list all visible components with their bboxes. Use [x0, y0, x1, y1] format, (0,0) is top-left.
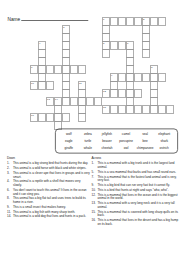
name-label: Name	[8, 17, 21, 22]
grid-cell-11-3[interactable]	[54, 106, 62, 114]
worksheet: Name 12345678910111213141516 wolfzebraje…	[0, 0, 180, 255]
grid-cell-9-13[interactable]	[134, 90, 142, 98]
grid-cell-4-9[interactable]	[102, 50, 110, 58]
grid-cell-7-13[interactable]	[134, 74, 142, 82]
grid-cell-0-12[interactable]	[126, 18, 134, 26]
grid-cell-9-10[interactable]	[110, 90, 118, 98]
grid-cell-5-4[interactable]	[62, 58, 70, 66]
grid-cell-6-0[interactable]: 7	[30, 66, 38, 74]
grid-cell-0-11[interactable]	[118, 18, 126, 26]
clue-number-6: 6	[127, 42, 128, 45]
clue-text: This is a mammal with a very long neck a…	[98, 201, 179, 209]
grid-cell-4-12[interactable]	[126, 50, 134, 58]
clue-text: This is a mammal that is the fastest lan…	[98, 175, 179, 183]
down-clue-8: 8.This animal has a big flat tail and us…	[7, 197, 90, 205]
bank-word-giraffe: giraffe	[59, 146, 78, 150]
grid-cell-7-1[interactable]	[38, 74, 46, 82]
grid-cell-7-14[interactable]	[142, 74, 150, 82]
grid-cell-6-1[interactable]	[38, 66, 46, 74]
grid-cell-1-9[interactable]	[102, 26, 110, 34]
grid-cell-6-6[interactable]	[78, 66, 86, 74]
grid-cell-10-5[interactable]	[70, 98, 78, 106]
grid-cell-9-12[interactable]	[126, 90, 134, 98]
clue-text: This is a bird that hunts at night and s…	[98, 188, 179, 192]
grid-cell-0-15[interactable]	[150, 18, 158, 26]
across-clue-12: 12.This is a mammal that lives in the oc…	[92, 193, 179, 201]
grid-cell-4-1[interactable]	[38, 50, 46, 58]
down-clue-1: 1.This animal is a big strong bird that …	[7, 162, 90, 166]
grid-cell-11-14[interactable]	[142, 106, 150, 114]
grid-cell-3-12[interactable]: 6	[126, 42, 134, 50]
clue-number-1: 1	[103, 18, 104, 21]
across-clue-13: 13.This is a mammal with a very long nec…	[92, 201, 179, 209]
grid-cell-3-14[interactable]	[142, 42, 150, 50]
grid-cell-8-1[interactable]	[38, 82, 46, 90]
across-clue-7: 7.This is a mammal that is the fastest l…	[92, 175, 179, 183]
grid-cell-8-10[interactable]	[110, 82, 118, 90]
grid-cell-9-6[interactable]	[78, 90, 86, 98]
grid-cell-8-12[interactable]	[126, 82, 134, 90]
grid-cell-10-3[interactable]: 14	[54, 98, 62, 106]
down-clue-6: 6.You don't want to touch this animal! I…	[7, 188, 90, 196]
clue-number-9: 9	[111, 74, 112, 77]
down-clues-section: Down 1.This animal is a big strong bird …	[7, 157, 90, 220]
grid-cell-2-9[interactable]	[102, 34, 110, 42]
grid-cell-12-0[interactable]: 16	[30, 114, 38, 122]
grid-cell-5-12[interactable]	[126, 58, 134, 66]
grid-cell-10-8[interactable]	[94, 98, 102, 106]
bank-word-eagle: eagle	[59, 139, 78, 143]
clue-text: This is a mammal that lives in the deser…	[98, 218, 179, 226]
grid-cell-11-13[interactable]	[134, 106, 142, 114]
clue-text: This animal has a big flat tail and uses…	[13, 197, 90, 205]
bank-word-shark: shark	[155, 139, 174, 143]
bank-word-wolf: wolf	[59, 133, 78, 137]
across-title: Across	[92, 157, 179, 161]
clue-text: This is a mammal that is covered with lo…	[98, 210, 179, 218]
grid-cell-1-4[interactable]: 3	[62, 26, 70, 34]
grid-cell-1-14[interactable]	[142, 26, 150, 34]
grid-cell-0-16[interactable]	[158, 18, 166, 26]
grid-cell-4-4[interactable]	[62, 50, 70, 58]
grid-cell-3-1[interactable]: 4	[38, 42, 46, 50]
clue-text: This animal is a wild dog that lives and…	[13, 215, 90, 219]
clue-text: This is a sea mammal that barks and has …	[98, 170, 179, 174]
bank-word-porcupine: porcupine	[117, 139, 136, 143]
grid-cell-8-0[interactable]: 10	[30, 82, 38, 90]
clue-number-13: 13	[47, 98, 50, 101]
grid-cell-9-4[interactable]	[62, 90, 70, 98]
grid-cell-10-15[interactable]	[150, 98, 158, 106]
grid-cell-6-2[interactable]	[46, 66, 54, 74]
grid-cell-7-16[interactable]	[158, 74, 166, 82]
crossword-grid: 12345678910111213141516	[30, 18, 174, 130]
across-clue-16: 16.This is a mammal that lives in the de…	[92, 218, 179, 226]
clue-text: This animal is a big fish with many shar…	[13, 210, 90, 214]
down-clue-4: 4.This animal is a reptile with a shell …	[7, 180, 90, 188]
grid-cell-8-6[interactable]: 11	[78, 82, 86, 90]
bank-word-ostrich: ostrich	[155, 146, 174, 150]
clue-number-12: 12	[103, 90, 106, 93]
grid-cell-3-11[interactable]	[118, 42, 126, 50]
bank-word-jellyfish: jellyfish	[97, 133, 116, 137]
bank-word-chimpanzee: chimpanzee	[136, 146, 155, 150]
grid-cell-3-4[interactable]	[62, 42, 70, 50]
clue-text: This animal is a clever ape that lives i…	[13, 171, 90, 179]
down-clue-11: 11.This animal is a big fish with many s…	[7, 210, 90, 214]
grid-cell-0-9[interactable]: 1	[102, 18, 110, 26]
grid-cell-9-9[interactable]: 12	[102, 90, 110, 98]
grid-cell-10-4[interactable]	[62, 98, 70, 106]
down-clue-list: 1.This animal is a big strong bird that …	[7, 162, 90, 219]
clue-number-15: 15	[103, 106, 106, 109]
grid-cell-10-12[interactable]	[126, 98, 134, 106]
bank-word-bee: bee	[136, 139, 155, 143]
bank-word-owl: owl	[117, 146, 136, 150]
down-clue-3: 3.This animal is a clever ape that lives…	[7, 171, 90, 179]
down-clue-2: 2.This animal is a wild horse with black…	[7, 166, 90, 170]
grid-cell-11-16[interactable]	[158, 106, 166, 114]
clue-number-3: 3	[63, 26, 64, 29]
clue-text: This animal is a wild horse with black a…	[13, 166, 90, 170]
across-clues-section: Across 1.This is a mammal with a big tru…	[92, 157, 179, 227]
grid-cell-9-15[interactable]	[150, 90, 158, 98]
across-clue-1: 1.This is a mammal with a big trunk and …	[92, 162, 179, 170]
grid-cell-6-12[interactable]	[126, 66, 134, 74]
clue-number-2: 2	[143, 18, 144, 21]
grid-cell-0-10[interactable]	[110, 18, 118, 26]
across-clue-9: 9.This is a big bird that can run very f…	[92, 183, 179, 187]
grid-cell-12-4[interactable]	[62, 114, 70, 122]
bank-word-seal: seal	[136, 133, 155, 137]
bank-word-turtle: turtle	[78, 139, 97, 143]
clue-text: This is a small insect that makes honey.	[13, 205, 90, 209]
grid-cell-11-9[interactable]: 15	[102, 106, 110, 114]
down-clue-9: 9.This is a small insect that makes hone…	[7, 205, 90, 209]
grid-cell-6-3[interactable]	[54, 66, 62, 74]
clue-number-14: 14	[55, 98, 58, 101]
grid-cell-10-6[interactable]	[78, 98, 86, 106]
clue-number-7: 7	[31, 66, 32, 69]
grid-cell-11-17[interactable]	[166, 106, 174, 114]
across-clue-list: 1.This is a mammal with a big trunk and …	[92, 162, 179, 226]
bank-word-camel: camel	[117, 133, 136, 137]
down-title: Down	[7, 157, 90, 161]
bank-word-whale: whale	[78, 146, 97, 150]
grid-cell-11-10[interactable]	[110, 106, 118, 114]
grid-cell-3-9[interactable]: 5	[102, 42, 110, 50]
bank-word-beaver: beaver	[97, 139, 116, 143]
grid-cell-10-2[interactable]: 13	[46, 98, 54, 106]
bank-word-cheetah: cheetah	[97, 146, 116, 150]
clue-number-5: 5	[103, 42, 104, 45]
word-bank: wolfzebrajellyfishcamelsealelephanteagle…	[55, 129, 178, 154]
grid-cell-5-1[interactable]	[38, 58, 46, 66]
grid-cell-3-10[interactable]	[110, 42, 118, 50]
clue-number-11: 11	[79, 82, 82, 85]
bank-word-elephant: elephant	[155, 133, 174, 137]
grid-cell-11-11[interactable]	[118, 106, 126, 114]
grid-cell-7-15[interactable]	[150, 74, 158, 82]
grid-cell-11-6[interactable]	[78, 106, 86, 114]
grid-cell-8-2[interactable]	[46, 82, 54, 90]
grid-cell-7-11[interactable]	[118, 74, 126, 82]
clue-text: This is a mammal with a big trunk and it…	[98, 162, 179, 170]
clue-text: This is a mammal that lives in the ocean…	[98, 193, 179, 201]
grid-cell-2-14[interactable]	[142, 34, 150, 42]
grid-cell-6-5[interactable]	[70, 66, 78, 74]
grid-cell-7-12[interactable]	[126, 74, 134, 82]
grid-cell-6-15[interactable]: 8	[150, 66, 158, 74]
grid-cell-0-14[interactable]: 2	[142, 18, 150, 26]
across-clue-10: 10.This is a bird that hunts at night an…	[92, 188, 179, 192]
clue-number-16: 16	[31, 114, 34, 117]
clue-text: This is a big bird that can run very fas…	[98, 183, 179, 187]
grid-cell-12-2[interactable]	[46, 114, 54, 122]
clue-number-10: 10	[31, 82, 34, 85]
clue-number-4: 4	[39, 42, 40, 45]
clue-number-8: 8	[151, 66, 152, 69]
grid-cell-7-4[interactable]	[62, 74, 70, 82]
clue-text: You don't want to touch this animal! It …	[13, 188, 90, 196]
clue-text: This animal is a reptile with a shell th…	[13, 180, 90, 188]
grid-cell-9-11[interactable]	[118, 90, 126, 98]
grid-cell-12-3[interactable]	[54, 114, 62, 122]
grid-cell-0-13[interactable]	[134, 18, 142, 26]
grid-cell-2-4[interactable]	[62, 34, 70, 42]
across-clue-15: 15.This is a mammal that is covered with…	[92, 210, 179, 218]
grid-cell-12-1[interactable]	[38, 114, 46, 122]
across-clue-5: 5.This is a sea mammal that barks and ha…	[92, 170, 179, 174]
bank-word-zebra: zebra	[78, 133, 97, 137]
word-bank-grid: wolfzebrajellyfishcamelsealelephanteagle…	[56, 130, 178, 152]
clue-text: This animal is a big strong bird that hu…	[13, 162, 90, 166]
grid-cell-6-4[interactable]	[62, 66, 70, 74]
grid-cell-10-7[interactable]	[86, 98, 94, 106]
down-clue-14: 14.This animal is a wild dog that lives …	[7, 215, 90, 219]
grid-cell-8-15[interactable]	[150, 82, 158, 90]
grid-cell-12-6[interactable]	[78, 114, 86, 122]
grid-cell-11-15[interactable]	[150, 106, 158, 114]
grid-cell-8-4[interactable]	[62, 82, 70, 90]
grid-cell-7-10[interactable]: 9	[110, 74, 118, 82]
grid-cell-11-12[interactable]	[126, 106, 134, 114]
grid-cell-4-14[interactable]	[142, 50, 150, 58]
